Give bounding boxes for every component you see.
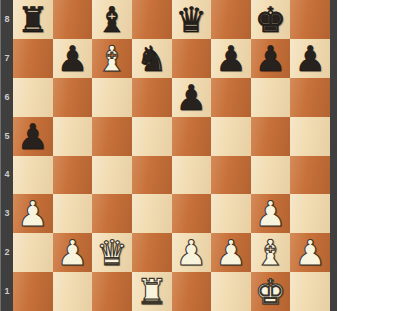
piece-white-pawn-e2[interactable]: ♟ <box>176 236 207 271</box>
piece-black-queen-e8[interactable]: ♛ <box>176 3 207 38</box>
square-e3[interactable] <box>172 194 212 233</box>
square-e1[interactable] <box>172 272 212 311</box>
piece-black-pawn-b7[interactable]: ♟ <box>57 42 88 77</box>
square-b1[interactable] <box>53 272 93 311</box>
square-a1[interactable] <box>13 272 53 311</box>
square-h8[interactable] <box>290 0 330 39</box>
square-d1[interactable]: ♜ <box>132 272 172 311</box>
rank-label-1: 1 <box>1 272 13 311</box>
piece-white-pawn-b2[interactable]: ♟ <box>57 236 88 271</box>
square-e8[interactable]: ♛ <box>172 0 212 39</box>
square-h1[interactable] <box>290 272 330 311</box>
square-a8[interactable]: ♜ <box>13 0 53 39</box>
rank-label-3: 3 <box>1 194 13 233</box>
square-a4[interactable] <box>13 156 53 195</box>
square-b2[interactable]: ♟ <box>53 233 93 272</box>
square-h2[interactable]: ♟ <box>290 233 330 272</box>
square-f5[interactable] <box>211 117 251 156</box>
square-e6[interactable]: ♟ <box>172 78 212 117</box>
piece-black-bishop-c8[interactable]: ♝ <box>96 3 127 38</box>
piece-black-rook-a8[interactable]: ♜ <box>17 3 48 38</box>
square-b3[interactable] <box>53 194 93 233</box>
piece-black-pawn-g7[interactable]: ♟ <box>255 42 286 77</box>
square-a5[interactable]: ♟ <box>13 117 53 156</box>
square-h6[interactable] <box>290 78 330 117</box>
square-g3[interactable]: ♟ <box>251 194 291 233</box>
square-b4[interactable] <box>53 156 93 195</box>
square-g8[interactable]: ♚ <box>251 0 291 39</box>
piece-white-bishop-c7[interactable]: ♝ <box>96 42 127 77</box>
rank-label-8: 8 <box>1 0 13 39</box>
piece-white-king-g1[interactable]: ♚ <box>255 275 286 310</box>
square-g7[interactable]: ♟ <box>251 39 291 78</box>
piece-white-pawn-a3[interactable]: ♟ <box>17 197 48 232</box>
square-a2[interactable] <box>13 233 53 272</box>
square-d3[interactable] <box>132 194 172 233</box>
square-f1[interactable] <box>211 272 251 311</box>
piece-black-pawn-h7[interactable]: ♟ <box>294 42 325 77</box>
square-h5[interactable] <box>290 117 330 156</box>
square-d7[interactable]: ♞ <box>132 39 172 78</box>
square-f6[interactable] <box>211 78 251 117</box>
piece-black-king-g8[interactable]: ♚ <box>255 3 286 38</box>
piece-white-pawn-f2[interactable]: ♟ <box>215 236 246 271</box>
square-c7[interactable]: ♝ <box>92 39 132 78</box>
rank-label-6: 6 <box>1 78 13 117</box>
square-e4[interactable] <box>172 156 212 195</box>
square-d2[interactable] <box>132 233 172 272</box>
rank-label-4: 4 <box>1 156 13 195</box>
square-g2[interactable]: ♝ <box>251 233 291 272</box>
square-g1[interactable]: ♚ <box>251 272 291 311</box>
square-a7[interactable] <box>13 39 53 78</box>
square-d4[interactable] <box>132 156 172 195</box>
square-g5[interactable] <box>251 117 291 156</box>
board-frame-edge <box>330 0 337 311</box>
piece-white-pawn-g3[interactable]: ♟ <box>255 197 286 232</box>
piece-black-pawn-f7[interactable]: ♟ <box>215 42 246 77</box>
square-c8[interactable]: ♝ <box>92 0 132 39</box>
rank-label-7: 7 <box>1 39 13 78</box>
square-h7[interactable]: ♟ <box>290 39 330 78</box>
square-b7[interactable]: ♟ <box>53 39 93 78</box>
square-c6[interactable] <box>92 78 132 117</box>
piece-black-pawn-e6[interactable]: ♟ <box>176 81 207 116</box>
piece-white-pawn-h2[interactable]: ♟ <box>294 236 325 271</box>
page: 87654321 ♜♝♛♚♟♝♞♟♟♟♟♟♟♟♟♛♟♟♝♟♜♚ <box>0 0 414 311</box>
square-d8[interactable] <box>132 0 172 39</box>
square-f2[interactable]: ♟ <box>211 233 251 272</box>
square-f4[interactable] <box>211 156 251 195</box>
square-e2[interactable]: ♟ <box>172 233 212 272</box>
piece-white-rook-d1[interactable]: ♜ <box>136 275 167 310</box>
square-f3[interactable] <box>211 194 251 233</box>
square-g4[interactable] <box>251 156 291 195</box>
square-c1[interactable] <box>92 272 132 311</box>
rank-label-5: 5 <box>1 117 13 156</box>
square-e7[interactable] <box>172 39 212 78</box>
square-d6[interactable] <box>132 78 172 117</box>
square-b6[interactable] <box>53 78 93 117</box>
square-h4[interactable] <box>290 156 330 195</box>
square-c2[interactable]: ♛ <box>92 233 132 272</box>
square-b8[interactable] <box>53 0 93 39</box>
rank-label-2: 2 <box>1 233 13 272</box>
square-c5[interactable] <box>92 117 132 156</box>
square-h3[interactable] <box>290 194 330 233</box>
chess-board: 87654321 ♜♝♛♚♟♝♞♟♟♟♟♟♟♟♟♛♟♟♝♟♜♚ <box>0 0 337 311</box>
square-f7[interactable]: ♟ <box>211 39 251 78</box>
square-c4[interactable] <box>92 156 132 195</box>
square-a3[interactable]: ♟ <box>13 194 53 233</box>
board-grid: ♜♝♛♚♟♝♞♟♟♟♟♟♟♟♟♛♟♟♝♟♜♚ <box>13 0 330 311</box>
piece-white-bishop-g2[interactable]: ♝ <box>255 236 286 271</box>
square-e5[interactable] <box>172 117 212 156</box>
rank-label-strip: 87654321 <box>0 0 13 311</box>
piece-black-knight-d7[interactable]: ♞ <box>136 42 167 77</box>
square-d5[interactable] <box>132 117 172 156</box>
square-c3[interactable] <box>92 194 132 233</box>
square-a6[interactable] <box>13 78 53 117</box>
square-g6[interactable] <box>251 78 291 117</box>
square-f8[interactable] <box>211 0 251 39</box>
square-b5[interactable] <box>53 117 93 156</box>
piece-white-queen-c2[interactable]: ♛ <box>96 236 127 271</box>
piece-black-pawn-a5[interactable]: ♟ <box>17 120 48 155</box>
